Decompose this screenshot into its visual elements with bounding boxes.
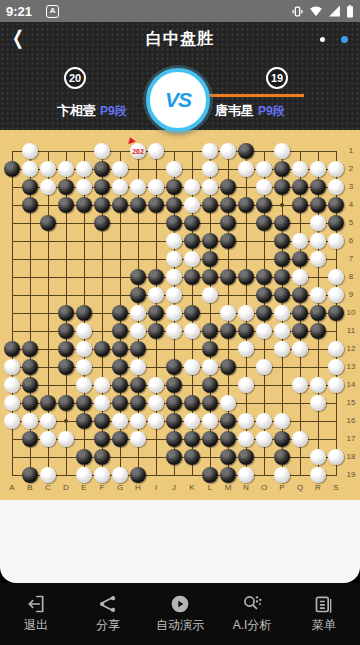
board-point-K1[interactable] (183, 142, 201, 160)
board-point-P8[interactable] (273, 268, 291, 286)
board-point-P9[interactable] (273, 286, 291, 304)
board-point-J15[interactable] (165, 394, 183, 412)
board-point-Q2[interactable] (291, 160, 309, 178)
board-point-M2[interactable] (219, 160, 237, 178)
board-point-N13[interactable] (237, 358, 255, 376)
board-point-K15[interactable] (183, 394, 201, 412)
board-point-P2[interactable] (273, 160, 291, 178)
board-point-B19[interactable] (21, 466, 39, 484)
board-point-L2[interactable] (201, 160, 219, 178)
board-point-H17[interactable] (129, 430, 147, 448)
board-point-K16[interactable] (183, 412, 201, 430)
board-point-R12[interactable] (309, 340, 327, 358)
board-point-B6[interactable] (21, 232, 39, 250)
board-point-A2[interactable] (3, 160, 21, 178)
board-point-J2[interactable] (165, 160, 183, 178)
board-point-A1[interactable] (3, 142, 21, 160)
board-point-G4[interactable] (111, 196, 129, 214)
board-point-O7[interactable] (255, 250, 273, 268)
board-point-C11[interactable] (39, 322, 57, 340)
board-point-N9[interactable] (237, 286, 255, 304)
board-point-J11[interactable] (165, 322, 183, 340)
board-point-P14[interactable] (273, 376, 291, 394)
board-point-I12[interactable] (147, 340, 165, 358)
board-point-L19[interactable] (201, 466, 219, 484)
board-point-S5[interactable] (327, 214, 345, 232)
board-point-I8[interactable] (147, 268, 165, 286)
board-point-H12[interactable] (129, 340, 147, 358)
board-point-D9[interactable] (57, 286, 75, 304)
board-point-Q19[interactable] (291, 466, 309, 484)
board-point-A7[interactable] (3, 250, 21, 268)
board-point-I13[interactable] (147, 358, 165, 376)
board-point-L3[interactable] (201, 178, 219, 196)
board-point-P5[interactable] (273, 214, 291, 232)
board-point-A11[interactable] (3, 322, 21, 340)
board-point-H10[interactable] (129, 304, 147, 322)
back-button[interactable]: ❮ (12, 26, 24, 49)
board-point-M8[interactable] (219, 268, 237, 286)
board-point-Q7[interactable] (291, 250, 309, 268)
board-point-Q15[interactable] (291, 394, 309, 412)
board-point-S1[interactable] (327, 142, 345, 160)
board-point-B10[interactable] (21, 304, 39, 322)
board-point-K13[interactable] (183, 358, 201, 376)
board-point-N10[interactable] (237, 304, 255, 322)
board-point-N3[interactable] (237, 178, 255, 196)
board-point-K8[interactable] (183, 268, 201, 286)
board-point-B18[interactable] (21, 448, 39, 466)
board-point-K7[interactable] (183, 250, 201, 268)
board-point-K4[interactable] (183, 196, 201, 214)
board-point-E17[interactable] (75, 430, 93, 448)
board-point-R13[interactable] (309, 358, 327, 376)
board-point-M4[interactable] (219, 196, 237, 214)
board-point-C7[interactable] (39, 250, 57, 268)
board-point-P18[interactable] (273, 448, 291, 466)
board-point-F10[interactable] (93, 304, 111, 322)
board-point-H7[interactable] (129, 250, 147, 268)
board-point-G13[interactable] (111, 358, 129, 376)
board-point-I1[interactable] (147, 142, 165, 160)
board-point-R18[interactable] (309, 448, 327, 466)
board-point-I9[interactable] (147, 286, 165, 304)
board-point-F18[interactable] (93, 448, 111, 466)
board-point-K18[interactable] (183, 448, 201, 466)
board-point-P11[interactable] (273, 322, 291, 340)
board-point-Q10[interactable] (291, 304, 309, 322)
board-point-L1[interactable] (201, 142, 219, 160)
board-point-A19[interactable] (3, 466, 21, 484)
toolbar-autoplay-button[interactable]: 自动演示 (144, 583, 216, 645)
board-point-A17[interactable] (3, 430, 21, 448)
board-point-L5[interactable] (201, 214, 219, 232)
board-point-B2[interactable] (21, 160, 39, 178)
toolbar-ai-analysis-button[interactable]: A.I分析 (216, 583, 288, 645)
board-point-F19[interactable] (93, 466, 111, 484)
board-point-M16[interactable] (219, 412, 237, 430)
board-point-Q6[interactable] (291, 232, 309, 250)
board-point-E9[interactable] (75, 286, 93, 304)
board-point-K6[interactable] (183, 232, 201, 250)
board-point-P16[interactable] (273, 412, 291, 430)
board-point-H9[interactable] (129, 286, 147, 304)
board-point-Q9[interactable] (291, 286, 309, 304)
board-point-H1[interactable]: 262 (129, 142, 147, 160)
board-point-A13[interactable] (3, 358, 21, 376)
board-point-C17[interactable] (39, 430, 57, 448)
board-point-S3[interactable] (327, 178, 345, 196)
board-point-G3[interactable] (111, 178, 129, 196)
board-point-O10[interactable] (255, 304, 273, 322)
board-point-N8[interactable] (237, 268, 255, 286)
board-point-A18[interactable] (3, 448, 21, 466)
board-point-D10[interactable] (57, 304, 75, 322)
board-point-C4[interactable] (39, 196, 57, 214)
board-point-R14[interactable] (309, 376, 327, 394)
board-point-O6[interactable] (255, 232, 273, 250)
board-point-J9[interactable] (165, 286, 183, 304)
board-point-M17[interactable] (219, 430, 237, 448)
board-point-B4[interactable] (21, 196, 39, 214)
board-point-G17[interactable] (111, 430, 129, 448)
board-point-A6[interactable] (3, 232, 21, 250)
board-point-O15[interactable] (255, 394, 273, 412)
board-point-B14[interactable] (21, 376, 39, 394)
board-point-R9[interactable] (309, 286, 327, 304)
board-point-M15[interactable] (219, 394, 237, 412)
board-point-G5[interactable] (111, 214, 129, 232)
board-point-A3[interactable] (3, 178, 21, 196)
board-point-E18[interactable] (75, 448, 93, 466)
board-point-N11[interactable] (237, 322, 255, 340)
board-point-L10[interactable] (201, 304, 219, 322)
board-point-D13[interactable] (57, 358, 75, 376)
board-point-S2[interactable] (327, 160, 345, 178)
board-point-K10[interactable] (183, 304, 201, 322)
board-point-F3[interactable] (93, 178, 111, 196)
board-point-Q14[interactable] (291, 376, 309, 394)
board-point-P6[interactable] (273, 232, 291, 250)
board-point-R3[interactable] (309, 178, 327, 196)
board-point-R7[interactable] (309, 250, 327, 268)
board-point-P1[interactable] (273, 142, 291, 160)
board-point-O9[interactable] (255, 286, 273, 304)
board-point-P15[interactable] (273, 394, 291, 412)
board-point-C19[interactable] (39, 466, 57, 484)
board-point-I3[interactable] (147, 178, 165, 196)
board-point-O12[interactable] (255, 340, 273, 358)
board-point-J13[interactable] (165, 358, 183, 376)
board-point-K9[interactable] (183, 286, 201, 304)
board-point-H18[interactable] (129, 448, 147, 466)
board-point-E14[interactable] (75, 376, 93, 394)
board-point-J4[interactable] (165, 196, 183, 214)
go-board[interactable]: 262 ABCDEFGHIJKLMNOPQRS 1234567891011121… (0, 130, 360, 500)
board-point-F13[interactable] (93, 358, 111, 376)
board-point-C13[interactable] (39, 358, 57, 376)
board-point-I2[interactable] (147, 160, 165, 178)
board-point-H6[interactable] (129, 232, 147, 250)
board-point-L8[interactable] (201, 268, 219, 286)
board-point-L9[interactable] (201, 286, 219, 304)
board-point-J1[interactable] (165, 142, 183, 160)
board-point-N16[interactable] (237, 412, 255, 430)
board-point-Q3[interactable] (291, 178, 309, 196)
board-point-F11[interactable] (93, 322, 111, 340)
board-point-L12[interactable] (201, 340, 219, 358)
board-point-J3[interactable] (165, 178, 183, 196)
board-point-R17[interactable] (309, 430, 327, 448)
board-point-L13[interactable] (201, 358, 219, 376)
board-point-H19[interactable] (129, 466, 147, 484)
board-point-Q11[interactable] (291, 322, 309, 340)
board-point-L14[interactable] (201, 376, 219, 394)
board-point-A4[interactable] (3, 196, 21, 214)
board-point-K19[interactable] (183, 466, 201, 484)
board-point-A9[interactable] (3, 286, 21, 304)
board-point-A16[interactable] (3, 412, 21, 430)
board-point-I10[interactable] (147, 304, 165, 322)
board-point-C1[interactable] (39, 142, 57, 160)
board-point-R2[interactable] (309, 160, 327, 178)
board-point-D7[interactable] (57, 250, 75, 268)
board-point-G7[interactable] (111, 250, 129, 268)
board-point-S15[interactable] (327, 394, 345, 412)
board-point-G6[interactable] (111, 232, 129, 250)
board-point-L17[interactable] (201, 430, 219, 448)
board-point-J16[interactable] (165, 412, 183, 430)
board-point-C2[interactable] (39, 160, 57, 178)
board-point-R15[interactable] (309, 394, 327, 412)
board-point-S19[interactable] (327, 466, 345, 484)
board-point-M13[interactable] (219, 358, 237, 376)
board-point-R16[interactable] (309, 412, 327, 430)
board-point-F16[interactable] (93, 412, 111, 430)
board-point-Q8[interactable] (291, 268, 309, 286)
board-point-S18[interactable] (327, 448, 345, 466)
board-point-M5[interactable] (219, 214, 237, 232)
board-point-G10[interactable] (111, 304, 129, 322)
board-point-K17[interactable] (183, 430, 201, 448)
board-point-M19[interactable] (219, 466, 237, 484)
board-point-D18[interactable] (57, 448, 75, 466)
board-point-L18[interactable] (201, 448, 219, 466)
board-point-G15[interactable] (111, 394, 129, 412)
board-point-M9[interactable] (219, 286, 237, 304)
board-point-S10[interactable] (327, 304, 345, 322)
board-point-G9[interactable] (111, 286, 129, 304)
board-point-C8[interactable] (39, 268, 57, 286)
board-point-I4[interactable] (147, 196, 165, 214)
board-point-A5[interactable] (3, 214, 21, 232)
board-point-C5[interactable] (39, 214, 57, 232)
board-point-F15[interactable] (93, 394, 111, 412)
board-point-C18[interactable] (39, 448, 57, 466)
board-point-S16[interactable] (327, 412, 345, 430)
board-point-E13[interactable] (75, 358, 93, 376)
board-point-N17[interactable] (237, 430, 255, 448)
board-point-A10[interactable] (3, 304, 21, 322)
board-point-E12[interactable] (75, 340, 93, 358)
board-point-L15[interactable] (201, 394, 219, 412)
board-point-O5[interactable] (255, 214, 273, 232)
board-point-N5[interactable] (237, 214, 255, 232)
board-point-E4[interactable] (75, 196, 93, 214)
board-point-D8[interactable] (57, 268, 75, 286)
board-point-I5[interactable] (147, 214, 165, 232)
board-point-S7[interactable] (327, 250, 345, 268)
page-dot-inactive[interactable] (320, 37, 325, 42)
board-point-C14[interactable] (39, 376, 57, 394)
board-point-P10[interactable] (273, 304, 291, 322)
board-point-E2[interactable] (75, 160, 93, 178)
board-point-A15[interactable] (3, 394, 21, 412)
board-point-O18[interactable] (255, 448, 273, 466)
board-point-F7[interactable] (93, 250, 111, 268)
board-point-O16[interactable] (255, 412, 273, 430)
board-point-O19[interactable] (255, 466, 273, 484)
board-point-D3[interactable] (57, 178, 75, 196)
board-point-M18[interactable] (219, 448, 237, 466)
board-point-H14[interactable] (129, 376, 147, 394)
board-point-S4[interactable] (327, 196, 345, 214)
board-point-H3[interactable] (129, 178, 147, 196)
board-point-R19[interactable] (309, 466, 327, 484)
board-point-R5[interactable] (309, 214, 327, 232)
board-point-C12[interactable] (39, 340, 57, 358)
board-point-M10[interactable] (219, 304, 237, 322)
board-point-D15[interactable] (57, 394, 75, 412)
board-point-A14[interactable] (3, 376, 21, 394)
board-point-M11[interactable] (219, 322, 237, 340)
board-point-G1[interactable] (111, 142, 129, 160)
board-point-R11[interactable] (309, 322, 327, 340)
board-point-I11[interactable] (147, 322, 165, 340)
board-point-F5[interactable] (93, 214, 111, 232)
board-point-I7[interactable] (147, 250, 165, 268)
board-point-E5[interactable] (75, 214, 93, 232)
board-point-D11[interactable] (57, 322, 75, 340)
board-point-A12[interactable] (3, 340, 21, 358)
board-point-S8[interactable] (327, 268, 345, 286)
board-point-O3[interactable] (255, 178, 273, 196)
board-point-G18[interactable] (111, 448, 129, 466)
board-point-F4[interactable] (93, 196, 111, 214)
board-point-N6[interactable] (237, 232, 255, 250)
board-point-M14[interactable] (219, 376, 237, 394)
board-point-O8[interactable] (255, 268, 273, 286)
board-point-B1[interactable] (21, 142, 39, 160)
board-point-I14[interactable] (147, 376, 165, 394)
board-point-B15[interactable] (21, 394, 39, 412)
toolbar-menu-button[interactable]: 菜单 (288, 583, 360, 645)
board-point-B13[interactable] (21, 358, 39, 376)
board-point-E8[interactable] (75, 268, 93, 286)
board-point-L11[interactable] (201, 322, 219, 340)
board-point-B3[interactable] (21, 178, 39, 196)
board-point-F1[interactable] (93, 142, 111, 160)
board-point-I15[interactable] (147, 394, 165, 412)
page-dot-active[interactable] (341, 36, 348, 43)
board-point-I6[interactable] (147, 232, 165, 250)
board-point-G12[interactable] (111, 340, 129, 358)
board-point-C10[interactable] (39, 304, 57, 322)
board-point-J14[interactable] (165, 376, 183, 394)
board-point-E3[interactable] (75, 178, 93, 196)
board-point-S13[interactable] (327, 358, 345, 376)
board-point-N4[interactable] (237, 196, 255, 214)
board-point-D17[interactable] (57, 430, 75, 448)
board-point-B9[interactable] (21, 286, 39, 304)
board-point-D2[interactable] (57, 160, 75, 178)
board-point-P4[interactable] (273, 196, 291, 214)
board-point-E15[interactable] (75, 394, 93, 412)
board-point-F14[interactable] (93, 376, 111, 394)
board-point-L7[interactable] (201, 250, 219, 268)
board-point-O2[interactable] (255, 160, 273, 178)
board-point-S14[interactable] (327, 376, 345, 394)
board-point-P7[interactable] (273, 250, 291, 268)
board-point-O13[interactable] (255, 358, 273, 376)
board-point-R1[interactable] (309, 142, 327, 160)
board-point-E1[interactable] (75, 142, 93, 160)
board-point-F9[interactable] (93, 286, 111, 304)
board-point-R6[interactable] (309, 232, 327, 250)
board-point-F2[interactable] (93, 160, 111, 178)
board-point-D12[interactable] (57, 340, 75, 358)
board-point-N19[interactable] (237, 466, 255, 484)
board-point-G19[interactable] (111, 466, 129, 484)
board-point-M12[interactable] (219, 340, 237, 358)
board-point-Q12[interactable] (291, 340, 309, 358)
board-point-G16[interactable] (111, 412, 129, 430)
board-point-J12[interactable] (165, 340, 183, 358)
board-point-F12[interactable] (93, 340, 111, 358)
board-point-N12[interactable] (237, 340, 255, 358)
board-point-Q4[interactable] (291, 196, 309, 214)
board-point-P12[interactable] (273, 340, 291, 358)
board-point-Q18[interactable] (291, 448, 309, 466)
board-point-H2[interactable] (129, 160, 147, 178)
board-point-K14[interactable] (183, 376, 201, 394)
board-point-J18[interactable] (165, 448, 183, 466)
board-point-I18[interactable] (147, 448, 165, 466)
board-point-H8[interactable] (129, 268, 147, 286)
board-point-J6[interactable] (165, 232, 183, 250)
board-point-D16[interactable] (57, 412, 75, 430)
board-point-J10[interactable] (165, 304, 183, 322)
board-point-S17[interactable] (327, 430, 345, 448)
board-point-E19[interactable] (75, 466, 93, 484)
board-point-Q1[interactable] (291, 142, 309, 160)
board-point-M1[interactable] (219, 142, 237, 160)
board-point-C15[interactable] (39, 394, 57, 412)
board-point-C3[interactable] (39, 178, 57, 196)
board-point-Q5[interactable] (291, 214, 309, 232)
toolbar-share-button[interactable]: 分享 (72, 583, 144, 645)
board-point-F17[interactable] (93, 430, 111, 448)
board-point-G11[interactable] (111, 322, 129, 340)
board-point-O11[interactable] (255, 322, 273, 340)
board-point-I19[interactable] (147, 466, 165, 484)
board-point-S9[interactable] (327, 286, 345, 304)
board-point-M7[interactable] (219, 250, 237, 268)
board-point-J17[interactable] (165, 430, 183, 448)
board-point-J19[interactable] (165, 466, 183, 484)
board-point-D14[interactable] (57, 376, 75, 394)
board-point-K11[interactable] (183, 322, 201, 340)
